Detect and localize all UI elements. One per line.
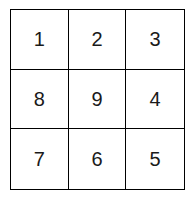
grid-cell-r1c1: 9 (69, 70, 127, 130)
grid-cell-r0c2: 3 (126, 10, 184, 70)
grid-cell-r1c0: 8 (11, 70, 69, 130)
grid-cell-r2c2: 5 (126, 129, 184, 189)
grid-cell-r0c0: 1 (11, 10, 69, 70)
number-grid: 1 2 3 8 9 4 7 6 5 (10, 9, 185, 190)
grid-cell-r2c1: 6 (69, 129, 127, 189)
grid-cell-r1c2: 4 (126, 70, 184, 130)
grid-cell-r2c0: 7 (11, 129, 69, 189)
grid-cell-r0c1: 2 (69, 10, 127, 70)
